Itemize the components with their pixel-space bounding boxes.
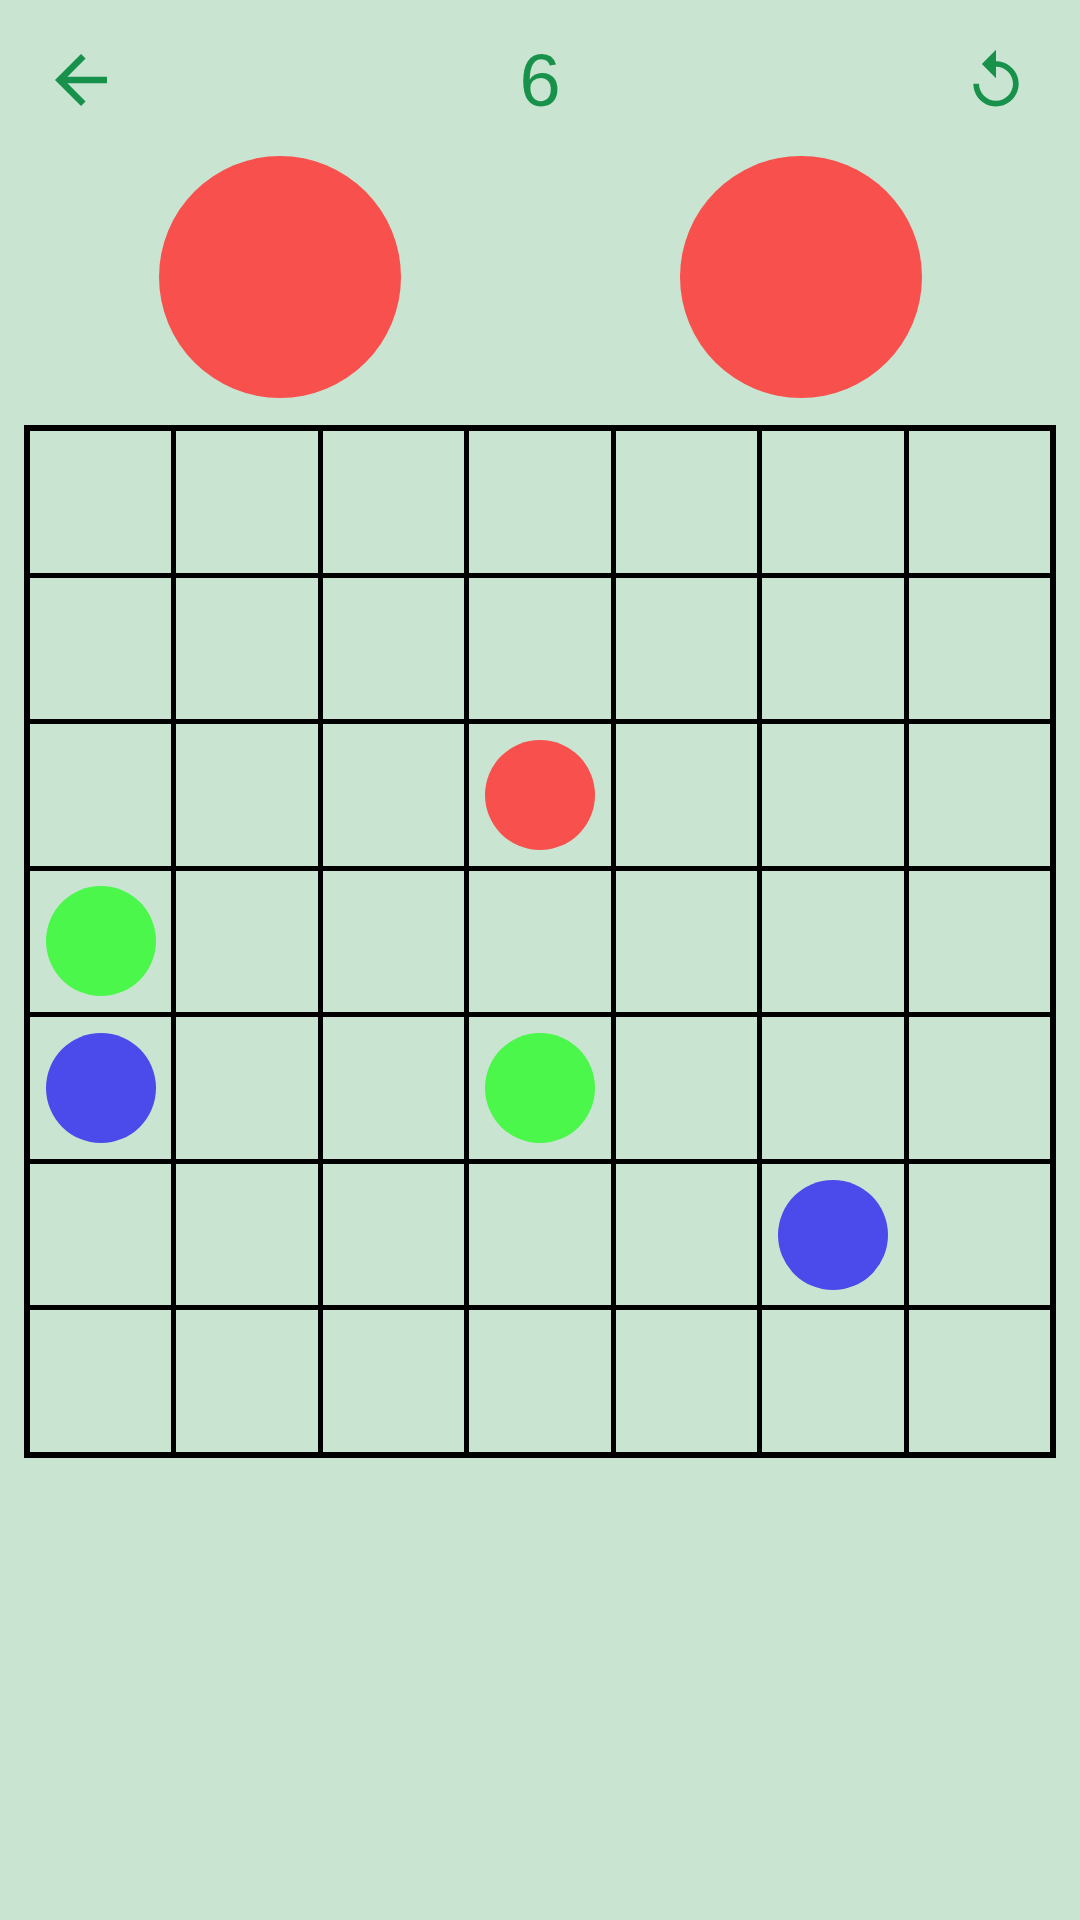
grid-cell-r6c5[interactable] [616,1164,757,1306]
grid-cell-r5c5[interactable] [616,1017,757,1159]
grid-cell-r3c6[interactable] [762,724,903,866]
grid-cell-r2c6[interactable] [762,578,903,720]
grid-cell-r4c6[interactable] [762,871,903,1013]
grid-cell-r3c4[interactable] [469,724,610,866]
grid-cell-r3c2[interactable] [176,724,317,866]
grid-cell-r5c7[interactable] [909,1017,1050,1159]
grid-cell-r6c3[interactable] [323,1164,464,1306]
restart-button[interactable] [962,47,1030,115]
target-circles-row [0,156,1080,398]
grid-cell-r2c2[interactable] [176,578,317,720]
target-circle-2-red[interactable] [680,156,922,398]
grid-cell-r7c6[interactable] [762,1310,903,1452]
grid-cell-r1c7[interactable] [909,431,1050,573]
grid-cell-r4c4[interactable] [469,871,610,1013]
grid-cell-r7c5[interactable] [616,1310,757,1452]
grid-cell-r3c7[interactable] [909,724,1050,866]
green-dot[interactable] [46,886,156,996]
grid-cell-r3c3[interactable] [323,724,464,866]
grid-cell-r1c2[interactable] [176,431,317,573]
grid-cell-r3c1[interactable] [30,724,171,866]
grid-cell-r5c2[interactable] [176,1017,317,1159]
grid-cell-r5c3[interactable] [323,1017,464,1159]
grid-cell-r6c2[interactable] [176,1164,317,1306]
grid-cell-r5c1[interactable] [30,1017,171,1159]
grid-cell-r7c4[interactable] [469,1310,610,1452]
grid-cell-r6c1[interactable] [30,1164,171,1306]
grid-cell-r6c7[interactable] [909,1164,1050,1306]
grid-cell-r1c5[interactable] [616,431,757,573]
grid-cell-r2c7[interactable] [909,578,1050,720]
grid-cell-r5c4[interactable] [469,1017,610,1159]
grid-cell-r5c6[interactable] [762,1017,903,1159]
grid-cell-r7c7[interactable] [909,1310,1050,1452]
grid-cell-r2c1[interactable] [30,578,171,720]
board-grid [24,425,1056,1458]
grid-cell-r1c4[interactable] [469,431,610,573]
grid-cell-r1c1[interactable] [30,431,171,573]
grid-cell-r4c5[interactable] [616,871,757,1013]
replay-icon [962,101,1030,118]
grid-cell-r6c4[interactable] [469,1164,610,1306]
grid-cell-r4c2[interactable] [176,871,317,1013]
green-dot[interactable] [485,1033,595,1143]
grid-cell-r2c5[interactable] [616,578,757,720]
grid-cell-r4c7[interactable] [909,871,1050,1013]
level-number: 6 [0,40,1080,122]
grid-cell-r7c3[interactable] [323,1310,464,1452]
grid-cell-r6c6[interactable] [762,1164,903,1306]
target-circle-1-red[interactable] [159,156,401,398]
grid-cell-r4c3[interactable] [323,871,464,1013]
grid-cell-r2c4[interactable] [469,578,610,720]
grid-cell-r2c3[interactable] [323,578,464,720]
grid-cell-r3c5[interactable] [616,724,757,866]
grid-cell-r1c6[interactable] [762,431,903,573]
blue-dot[interactable] [778,1180,888,1290]
grid-cell-r4c1[interactable] [30,871,171,1013]
grid-cell-r1c3[interactable] [323,431,464,573]
grid-cell-r7c1[interactable] [30,1310,171,1452]
blue-dot[interactable] [46,1033,156,1143]
red-dot[interactable] [485,740,595,850]
grid-cell-r7c2[interactable] [176,1310,317,1452]
